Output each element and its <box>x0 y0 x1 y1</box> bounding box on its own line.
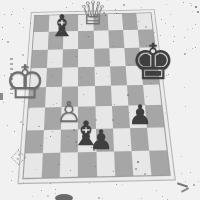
mark-left-edge <box>0 93 3 100</box>
square-h2[interactable] <box>146 127 166 151</box>
piece-black-king-h5[interactable]: ♚ <box>123 37 183 87</box>
piece-black-pawn-e3[interactable]: ♟ <box>85 126 117 153</box>
square-e5[interactable] <box>94 66 111 86</box>
square-h8[interactable] <box>136 13 152 30</box>
square-g8[interactable] <box>121 13 137 30</box>
speck-top-right <box>197 11 199 13</box>
square-d5[interactable] <box>78 67 94 87</box>
speck-top-right <box>195 6 197 8</box>
square-d1[interactable] <box>78 152 96 177</box>
square-d7[interactable] <box>78 31 93 49</box>
square-f7[interactable] <box>108 30 124 48</box>
square-g2[interactable] <box>129 127 148 151</box>
piece-white-king-a5[interactable]: ♔ <box>0 59 53 105</box>
square-c6[interactable] <box>62 49 78 68</box>
smudge-bottom-right <box>181 187 189 193</box>
square-c5[interactable] <box>62 67 78 87</box>
square-f1[interactable] <box>113 151 132 176</box>
piece-black-bishop-c7[interactable]: ♝ <box>44 11 80 41</box>
square-c1[interactable] <box>60 152 78 177</box>
blurred-object-bottom-edge <box>55 194 73 200</box>
chessboard-photo: ♕♝♔♚♙♟♝♟ <box>0 0 200 200</box>
square-d6[interactable] <box>78 48 94 67</box>
square-b1[interactable] <box>41 152 60 177</box>
piece-black-pawn-g4[interactable]: ♟ <box>124 101 156 128</box>
square-a2[interactable] <box>25 130 44 154</box>
square-g1[interactable] <box>131 150 151 175</box>
logo-dot <box>18 153 21 156</box>
square-a3[interactable] <box>26 108 44 130</box>
logo-dot <box>16 158 19 161</box>
square-e4[interactable] <box>94 86 111 107</box>
square-b2[interactable] <box>43 129 61 153</box>
square-h1[interactable] <box>148 150 169 175</box>
square-e6[interactable] <box>93 48 109 67</box>
square-e7[interactable] <box>93 31 109 49</box>
